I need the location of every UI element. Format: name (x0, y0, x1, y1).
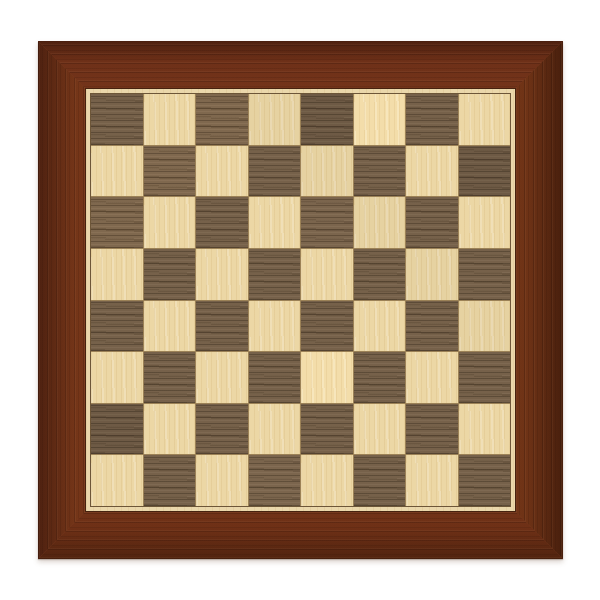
square-g8[interactable] (406, 94, 458, 145)
square-b2[interactable] (144, 404, 196, 455)
square-c5[interactable] (196, 249, 248, 300)
square-g1[interactable] (406, 455, 458, 506)
square-g4[interactable] (406, 301, 458, 352)
square-h2[interactable] (459, 404, 511, 455)
square-f3[interactable] (354, 352, 406, 403)
square-h8[interactable] (459, 94, 511, 145)
square-b8[interactable] (144, 94, 196, 145)
square-a2[interactable] (91, 404, 143, 455)
square-a1[interactable] (91, 455, 143, 506)
square-a8[interactable] (91, 94, 143, 145)
chess-board (38, 41, 563, 559)
square-b1[interactable] (144, 455, 196, 506)
square-b7[interactable] (144, 146, 196, 197)
square-g3[interactable] (406, 352, 458, 403)
square-e2[interactable] (301, 404, 353, 455)
square-a6[interactable] (91, 197, 143, 248)
square-c7[interactable] (196, 146, 248, 197)
square-e3[interactable] (301, 352, 353, 403)
square-a3[interactable] (91, 352, 143, 403)
square-d4[interactable] (249, 301, 301, 352)
square-g7[interactable] (406, 146, 458, 197)
square-b4[interactable] (144, 301, 196, 352)
square-h3[interactable] (459, 352, 511, 403)
square-e8[interactable] (301, 94, 353, 145)
square-f6[interactable] (354, 197, 406, 248)
square-d8[interactable] (249, 94, 301, 145)
square-b5[interactable] (144, 249, 196, 300)
square-g5[interactable] (406, 249, 458, 300)
square-c6[interactable] (196, 197, 248, 248)
square-d7[interactable] (249, 146, 301, 197)
square-c2[interactable] (196, 404, 248, 455)
maple-inlay-border (85, 88, 516, 512)
square-h4[interactable] (459, 301, 511, 352)
square-f2[interactable] (354, 404, 406, 455)
square-a7[interactable] (91, 146, 143, 197)
square-h6[interactable] (459, 197, 511, 248)
square-a5[interactable] (91, 249, 143, 300)
square-d6[interactable] (249, 197, 301, 248)
square-d5[interactable] (249, 249, 301, 300)
square-b6[interactable] (144, 197, 196, 248)
square-c3[interactable] (196, 352, 248, 403)
board-grid (90, 93, 511, 507)
square-e1[interactable] (301, 455, 353, 506)
square-f1[interactable] (354, 455, 406, 506)
square-f8[interactable] (354, 94, 406, 145)
square-d1[interactable] (249, 455, 301, 506)
square-h1[interactable] (459, 455, 511, 506)
square-e6[interactable] (301, 197, 353, 248)
photo-background (0, 0, 600, 600)
square-a4[interactable] (91, 301, 143, 352)
square-d3[interactable] (249, 352, 301, 403)
square-h7[interactable] (459, 146, 511, 197)
square-g2[interactable] (406, 404, 458, 455)
square-c4[interactable] (196, 301, 248, 352)
square-f7[interactable] (354, 146, 406, 197)
square-c8[interactable] (196, 94, 248, 145)
square-b3[interactable] (144, 352, 196, 403)
square-e5[interactable] (301, 249, 353, 300)
square-e4[interactable] (301, 301, 353, 352)
square-g6[interactable] (406, 197, 458, 248)
square-f5[interactable] (354, 249, 406, 300)
square-h5[interactable] (459, 249, 511, 300)
square-f4[interactable] (354, 301, 406, 352)
square-c1[interactable] (196, 455, 248, 506)
square-d2[interactable] (249, 404, 301, 455)
square-e7[interactable] (301, 146, 353, 197)
